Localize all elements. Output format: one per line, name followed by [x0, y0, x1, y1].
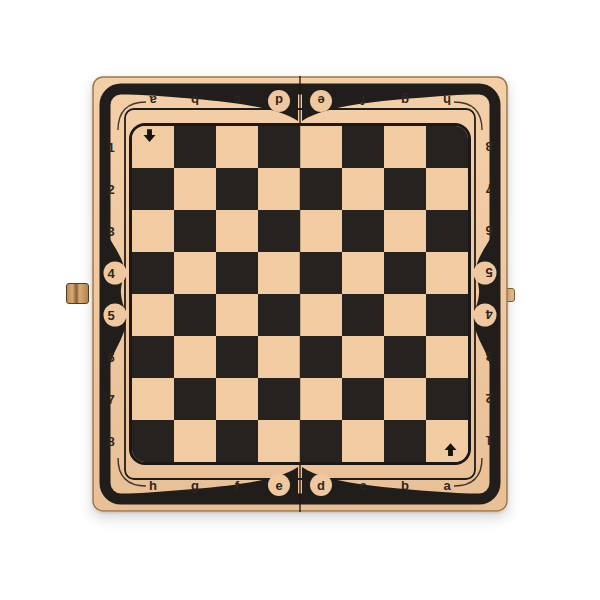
square-r5c3[interactable]	[216, 294, 258, 336]
file-label-top-d: d	[258, 90, 300, 112]
square-r6c3[interactable]	[216, 336, 258, 378]
square-r1c2[interactable]	[174, 126, 216, 168]
square-r5c7[interactable]	[384, 294, 426, 336]
rank-label-left-7: 7	[96, 388, 126, 410]
square-r6c5[interactable]	[300, 336, 342, 378]
square-r5c6[interactable]	[342, 294, 384, 336]
square-r8c7[interactable]	[384, 420, 426, 462]
square-r4c3[interactable]	[216, 252, 258, 294]
rank-label-right-3: 3	[474, 346, 504, 368]
file-label-bottom-e: e	[258, 474, 300, 496]
hinge-seam-bottom	[299, 464, 301, 512]
square-r6c7[interactable]	[384, 336, 426, 378]
square-r7c1[interactable]	[132, 378, 174, 420]
square-r1c4[interactable]	[258, 126, 300, 168]
square-r4c7[interactable]	[384, 252, 426, 294]
square-r7c6[interactable]	[342, 378, 384, 420]
file-label-top-h: h	[426, 90, 468, 112]
rank-label-right-5: 5	[474, 262, 504, 284]
rank-label-left-4: 4	[96, 262, 126, 284]
hinge-seam-top	[299, 76, 301, 124]
square-r3c8[interactable]	[426, 210, 468, 252]
square-r7c5[interactable]	[300, 378, 342, 420]
square-r5c1[interactable]	[132, 294, 174, 336]
square-r2c6[interactable]	[342, 168, 384, 210]
square-r7c2[interactable]	[174, 378, 216, 420]
square-r3c3[interactable]	[216, 210, 258, 252]
square-r1c6[interactable]	[342, 126, 384, 168]
square-r8c8[interactable]	[426, 420, 468, 462]
square-r2c8[interactable]	[426, 168, 468, 210]
square-r2c7[interactable]	[384, 168, 426, 210]
file-label-top-f: f	[342, 90, 384, 112]
square-r4c4[interactable]	[258, 252, 300, 294]
square-r2c3[interactable]	[216, 168, 258, 210]
square-r7c8[interactable]	[426, 378, 468, 420]
square-r8c5[interactable]	[300, 420, 342, 462]
square-r6c2[interactable]	[174, 336, 216, 378]
square-r2c4[interactable]	[258, 168, 300, 210]
file-label-bottom-f: f	[216, 474, 258, 496]
file-label-top-a: a	[132, 90, 174, 112]
rank-label-left-6: 6	[96, 346, 126, 368]
square-r3c7[interactable]	[384, 210, 426, 252]
square-r3c6[interactable]	[342, 210, 384, 252]
square-r8c4[interactable]	[258, 420, 300, 462]
rank-label-right-2: 2	[474, 388, 504, 410]
square-r4c2[interactable]	[174, 252, 216, 294]
file-label-bottom-b: b	[384, 474, 426, 496]
square-r6c4[interactable]	[258, 336, 300, 378]
square-r8c1[interactable]	[132, 420, 174, 462]
square-r3c1[interactable]	[132, 210, 174, 252]
square-r8c6[interactable]	[342, 420, 384, 462]
square-r2c2[interactable]	[174, 168, 216, 210]
square-r5c8[interactable]	[426, 294, 468, 336]
square-r1c3[interactable]	[216, 126, 258, 168]
file-label-bottom-c: c	[342, 474, 384, 496]
square-r4c8[interactable]	[426, 252, 468, 294]
rank-label-right-8: 8	[474, 136, 504, 158]
rank-label-left-5: 5	[96, 304, 126, 326]
square-r7c3[interactable]	[216, 378, 258, 420]
rank-label-left-1: 1	[96, 136, 126, 158]
rank-label-right-6: 6	[474, 220, 504, 242]
file-label-bottom-d: d	[300, 474, 342, 496]
file-label-top-b: b	[174, 90, 216, 112]
square-r5c2[interactable]	[174, 294, 216, 336]
rank-label-left-8: 8	[96, 430, 126, 452]
file-label-top-e: e	[300, 90, 342, 112]
square-r1c7[interactable]	[384, 126, 426, 168]
hinge-seam	[299, 76, 301, 512]
file-label-bottom-g: g	[174, 474, 216, 496]
rank-label-left-2: 2	[96, 178, 126, 200]
square-r7c4[interactable]	[258, 378, 300, 420]
file-label-top-g: g	[384, 90, 426, 112]
square-r3c4[interactable]	[258, 210, 300, 252]
file-label-bottom-h: h	[132, 474, 174, 496]
square-r7c7[interactable]	[384, 378, 426, 420]
file-label-top-c: c	[216, 90, 258, 112]
arrow-up-icon	[443, 442, 458, 457]
square-r4c5[interactable]	[300, 252, 342, 294]
square-r6c8[interactable]	[426, 336, 468, 378]
square-r2c1[interactable]	[132, 168, 174, 210]
square-r8c3[interactable]	[216, 420, 258, 462]
square-r1c1[interactable]	[132, 126, 174, 168]
rank-label-left-3: 3	[96, 220, 126, 242]
rank-label-right-1: 1	[474, 430, 504, 452]
rank-label-right-7: 7	[474, 178, 504, 200]
square-r1c5[interactable]	[300, 126, 342, 168]
square-r5c5[interactable]	[300, 294, 342, 336]
file-label-bottom-a: a	[426, 474, 468, 496]
square-r4c1[interactable]	[132, 252, 174, 294]
arrow-down-icon	[142, 128, 157, 143]
square-r5c4[interactable]	[258, 294, 300, 336]
square-r4c6[interactable]	[342, 252, 384, 294]
photo-stage: abcdefghhgfedcba1234567887654321	[0, 0, 600, 600]
square-r6c1[interactable]	[132, 336, 174, 378]
square-r1c8[interactable]	[426, 126, 468, 168]
square-r3c5[interactable]	[300, 210, 342, 252]
clasp-latch	[66, 283, 89, 304]
square-r3c2[interactable]	[174, 210, 216, 252]
rank-label-right-4: 4	[474, 304, 504, 326]
square-r8c2[interactable]	[174, 420, 216, 462]
square-r6c6[interactable]	[342, 336, 384, 378]
square-r2c5[interactable]	[300, 168, 342, 210]
